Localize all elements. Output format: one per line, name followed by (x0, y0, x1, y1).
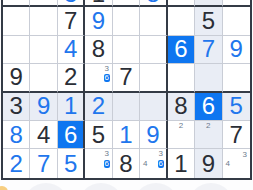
cell-r9c1[interactable]: 2 (3, 149, 30, 177)
given-digit: 7 (64, 9, 77, 33)
cell-r8c8[interactable]: 2 (195, 121, 222, 149)
user-digit: 4 (64, 37, 77, 61)
cell-r6c2[interactable] (30, 64, 57, 92)
cell-r7c9[interactable]: 5 (223, 93, 250, 121)
cell-r5c5[interactable] (113, 36, 140, 64)
note-digit: 3 (157, 150, 165, 158)
cell-r7c6[interactable] (140, 93, 167, 121)
given-digit: 2 (64, 65, 77, 89)
pencil-notes: 36 (86, 150, 110, 176)
cell-r9c5[interactable]: 8 (113, 149, 140, 177)
cell-r5c6[interactable] (140, 36, 167, 64)
note-digit: 4 (141, 159, 149, 169)
cell-r4c5[interactable] (113, 7, 140, 35)
pencil-notes: 34 (224, 150, 249, 176)
user-digit: 9 (37, 94, 50, 118)
cell-r4c2[interactable] (30, 7, 57, 35)
toolbar-button-3-partial[interactable] (133, 183, 179, 190)
cell-r4c7[interactable] (168, 7, 195, 35)
cell-r6c5[interactable]: 7 (113, 64, 140, 92)
given-digit: 8 (92, 37, 105, 61)
user-digit: 8 (146, 0, 159, 6)
cell-r8c4[interactable]: 5 (85, 121, 112, 149)
user-digit: 7 (202, 37, 215, 61)
user-digit: 9 (230, 37, 243, 61)
cell-r5c1[interactable] (3, 36, 30, 64)
cell-r3c6[interactable]: 8 (140, 0, 167, 7)
given-digit: 8 (174, 94, 187, 118)
cell-r8c9[interactable]: 7 (223, 121, 250, 149)
highlighted-digit: 6 (202, 94, 215, 118)
cell-r5c4[interactable]: 8 (85, 36, 112, 64)
partial-icon-bottom-left (0, 186, 8, 190)
note-digit-highlighted: 6 (158, 160, 164, 168)
cell-r4c1[interactable] (3, 7, 30, 35)
cell-r3c1[interactable] (3, 0, 30, 7)
note-digit: 3 (103, 150, 111, 158)
note-digit: 4 (224, 159, 232, 168)
cell-r7c5[interactable] (113, 93, 140, 121)
user-digit: 1 (119, 123, 132, 147)
cell-r9c8[interactable]: 9 (195, 149, 222, 177)
cell-r5c2[interactable] (30, 36, 57, 64)
pencil-notes: 2 (196, 122, 220, 147)
given-digit: 9 (10, 65, 23, 89)
given-digit: 7 (119, 65, 132, 89)
given-digit: 4 (37, 123, 50, 147)
cell-r4c4[interactable]: 9 (85, 7, 112, 35)
cell-r4c3[interactable]: 7 (58, 7, 85, 35)
cell-r9c3[interactable]: 5 (58, 149, 85, 177)
pencil-notes: 346 (141, 150, 164, 176)
user-digit: 9 (92, 9, 105, 33)
cell-r3c2[interactable] (30, 0, 57, 7)
given-digit: 8 (119, 152, 132, 176)
cell-r7c7[interactable]: 8 (168, 93, 195, 121)
pencil-notes: 2 (169, 122, 193, 147)
cell-r3c7[interactable] (168, 0, 195, 7)
note-digit: 2 (177, 122, 185, 130)
cell-r5c8[interactable]: 7 (195, 36, 222, 64)
user-digit: 9 (146, 123, 159, 147)
cell-r9c4[interactable]: 36 (85, 149, 112, 177)
highlighted-digit: 6 (174, 37, 187, 61)
cell-r7c3[interactable]: 1 (58, 93, 85, 121)
cell-r4c9[interactable] (223, 7, 250, 35)
toolbar-button-1-partial[interactable] (23, 183, 69, 190)
cell-r6c4[interactable]: 36 (85, 64, 112, 92)
user-digit: 8 (10, 123, 23, 147)
cell-r8c2[interactable]: 4 (30, 121, 57, 149)
cell-r9c6[interactable]: 346 (140, 149, 167, 177)
cell-r8c3[interactable]: 6 (58, 121, 85, 149)
cell-r7c8[interactable]: 6 (195, 93, 222, 121)
given-digit: 1 (174, 152, 187, 176)
note-digit: 2 (204, 122, 212, 130)
cell-r6c8[interactable] (195, 64, 222, 92)
cell-r9c2[interactable]: 7 (30, 149, 57, 177)
user-digit: 2 (92, 94, 105, 118)
cell-r5c7[interactable]: 6 (168, 36, 195, 64)
user-digit: 1 (64, 94, 77, 118)
sudoku-board: 3187954867992367391286584651922727536834… (1, 0, 252, 180)
user-digit: 3 (64, 0, 77, 6)
given-digit: 1 (92, 0, 105, 6)
user-digit: 7 (37, 152, 50, 176)
given-digit: 5 (202, 9, 215, 33)
note-digit: 3 (241, 150, 249, 159)
highlighted-digit: 6 (64, 123, 77, 147)
user-digit: 5 (64, 152, 77, 176)
note-digit: 3 (103, 65, 111, 73)
cell-r6c3[interactable]: 2 (58, 64, 85, 92)
cell-r6c1[interactable]: 9 (3, 64, 30, 92)
cell-r7c4[interactable]: 2 (85, 93, 112, 121)
cell-r8c6[interactable]: 9 (140, 121, 167, 149)
cell-r6c9[interactable] (223, 64, 250, 92)
given-digit: 3 (10, 94, 23, 118)
cell-r6c7[interactable] (168, 64, 195, 92)
cell-r4c8[interactable]: 5 (195, 7, 222, 35)
note-digit-highlighted: 6 (104, 74, 110, 82)
cell-r7c1[interactable]: 3 (3, 93, 30, 121)
cell-r8c5[interactable]: 1 (113, 121, 140, 149)
given-digit: 9 (202, 152, 215, 176)
given-digit: 7 (230, 123, 243, 147)
cell-r5c9[interactable]: 9 (223, 36, 250, 64)
user-digit: 2 (10, 152, 23, 176)
cell-r7c2[interactable]: 9 (30, 93, 57, 121)
cell-r5c3[interactable]: 4 (58, 36, 85, 64)
cell-r3c9[interactable] (223, 0, 250, 7)
cell-r4c6[interactable] (140, 7, 167, 35)
toolbar-button-2-partial[interactable] (78, 183, 124, 190)
cell-r9c9[interactable]: 34 (223, 149, 250, 177)
pencil-notes: 36 (86, 65, 110, 89)
cell-r3c5[interactable] (113, 0, 140, 7)
cell-r6c6[interactable] (140, 64, 167, 92)
cell-r8c7[interactable]: 2 (168, 121, 195, 149)
toolbar-button-4-partial[interactable] (188, 183, 234, 190)
cell-r9c7[interactable]: 1 (168, 149, 195, 177)
given-digit: 5 (92, 123, 105, 147)
user-digit: 5 (230, 94, 243, 118)
cell-r8c1[interactable]: 8 (3, 121, 30, 149)
note-digit-highlighted: 6 (104, 160, 110, 168)
